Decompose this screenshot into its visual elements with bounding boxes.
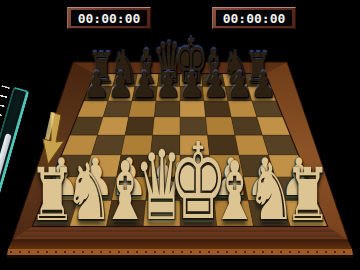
black-pawn-piece[interactable]: ♟ <box>227 72 252 99</box>
white-rook-piece[interactable]: ♜ <box>284 167 331 224</box>
game-screen: 00:00:00 00:00:00 <box>0 0 360 270</box>
board-trim <box>7 249 353 255</box>
black-pawn-piece[interactable]: ♟ <box>84 72 109 99</box>
black-pawn-piece[interactable]: ♟ <box>132 72 157 99</box>
board-bottom-shadow <box>7 255 353 258</box>
square-b5[interactable] <box>98 117 129 135</box>
black-pawn-piece[interactable]: ♟ <box>251 72 276 99</box>
black-pawn-piece[interactable]: ♟ <box>203 72 228 99</box>
black-pawn-piece[interactable]: ♟ <box>108 72 133 99</box>
black-pawn-piece[interactable]: ♟ <box>179 72 204 99</box>
black-pawn-piece[interactable]: ♟ <box>155 72 180 99</box>
